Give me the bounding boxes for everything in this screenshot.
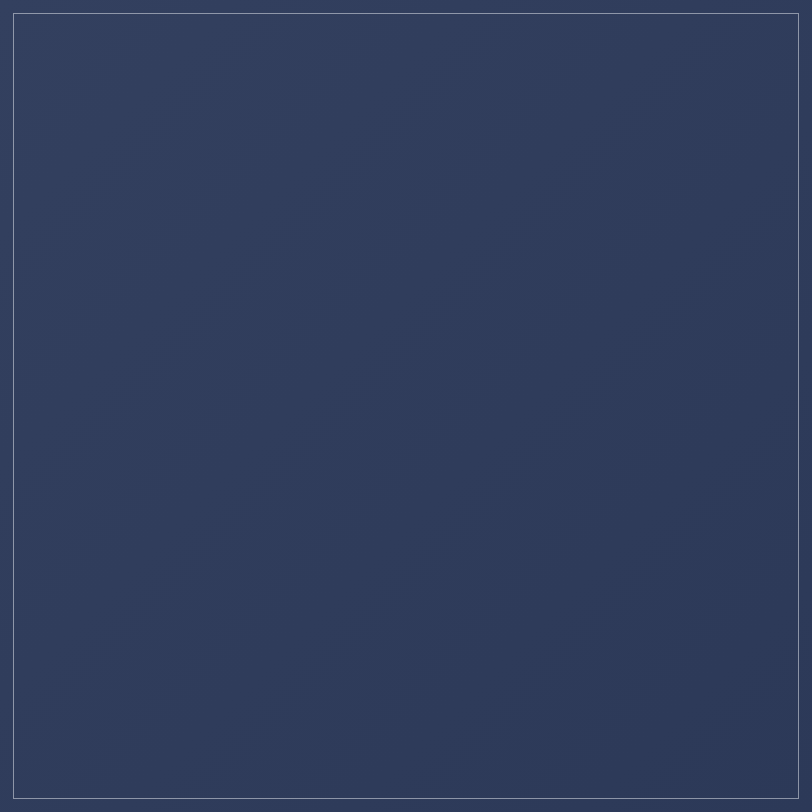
board-frame bbox=[0, 0, 812, 812]
chess-board bbox=[14, 14, 798, 798]
